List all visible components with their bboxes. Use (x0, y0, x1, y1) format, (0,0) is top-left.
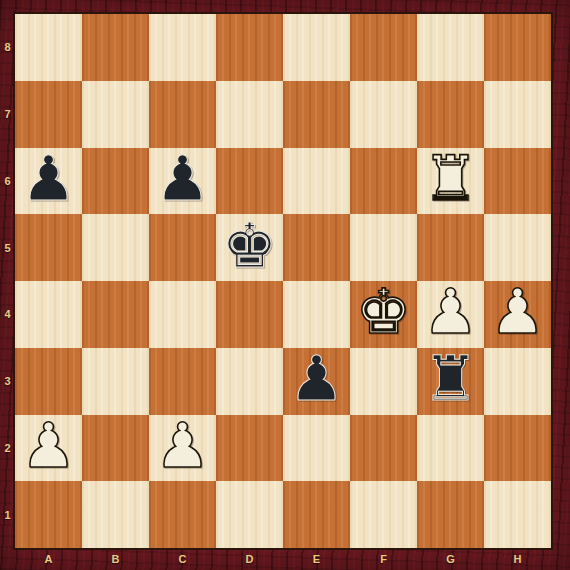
square-d6[interactable] (216, 148, 283, 215)
rank-label-6: 6 (0, 148, 15, 215)
square-f1[interactable] (350, 481, 417, 548)
file-label-c: C (149, 548, 216, 570)
square-h3[interactable] (484, 348, 551, 415)
black-pawn-c6[interactable]: ♟ (155, 148, 211, 210)
square-h6[interactable] (484, 148, 551, 215)
white-rook-g6[interactable]: ♜ (423, 148, 479, 210)
black-pawn-e3[interactable]: ♟ (289, 348, 345, 410)
square-e8[interactable] (283, 14, 350, 81)
square-b8[interactable] (82, 14, 149, 81)
square-b7[interactable] (82, 81, 149, 148)
square-a2[interactable]: ♟ (15, 415, 82, 482)
square-c4[interactable] (149, 281, 216, 348)
square-b2[interactable] (82, 415, 149, 482)
black-rook-g3[interactable]: ♜ (423, 348, 479, 410)
white-pawn-h4[interactable]: ♟ (490, 281, 546, 343)
square-e7[interactable] (283, 81, 350, 148)
square-e6[interactable] (283, 148, 350, 215)
square-a5[interactable] (15, 214, 82, 281)
white-pawn-g4[interactable]: ♟ (423, 281, 479, 343)
square-c7[interactable] (149, 81, 216, 148)
chess-board: ♟♟♜♚♚♟♟♟♜♟♟ (15, 14, 551, 548)
square-d8[interactable] (216, 14, 283, 81)
square-d3[interactable] (216, 348, 283, 415)
square-g7[interactable] (417, 81, 484, 148)
square-c5[interactable] (149, 214, 216, 281)
square-g6[interactable]: ♜ (417, 148, 484, 215)
square-c6[interactable]: ♟ (149, 148, 216, 215)
square-f2[interactable] (350, 415, 417, 482)
square-e3[interactable]: ♟ (283, 348, 350, 415)
square-a4[interactable] (15, 281, 82, 348)
rank-label-5: 5 (0, 214, 15, 281)
square-d5[interactable]: ♚ (216, 214, 283, 281)
white-pawn-c2[interactable]: ♟ (155, 415, 211, 477)
square-g4[interactable]: ♟ (417, 281, 484, 348)
rank-label-1: 1 (0, 481, 15, 548)
rank-label-8: 8 (0, 14, 15, 81)
file-label-b: B (82, 548, 149, 570)
square-a6[interactable]: ♟ (15, 148, 82, 215)
rank-label-3: 3 (0, 348, 15, 415)
square-a8[interactable] (15, 14, 82, 81)
square-h2[interactable] (484, 415, 551, 482)
rank-label-4: 4 (0, 281, 15, 348)
square-e2[interactable] (283, 415, 350, 482)
square-d4[interactable] (216, 281, 283, 348)
square-f7[interactable] (350, 81, 417, 148)
rank-label-7: 7 (0, 81, 15, 148)
file-label-h: H (484, 548, 551, 570)
square-e5[interactable] (283, 214, 350, 281)
square-b6[interactable] (82, 148, 149, 215)
square-g1[interactable] (417, 481, 484, 548)
square-c1[interactable] (149, 481, 216, 548)
square-b1[interactable] (82, 481, 149, 548)
square-h1[interactable] (484, 481, 551, 548)
square-f3[interactable] (350, 348, 417, 415)
rank-label-2: 2 (0, 415, 15, 482)
square-a7[interactable] (15, 81, 82, 148)
square-f8[interactable] (350, 14, 417, 81)
square-f5[interactable] (350, 214, 417, 281)
square-f6[interactable] (350, 148, 417, 215)
square-h8[interactable] (484, 14, 551, 81)
file-label-f: F (350, 548, 417, 570)
square-h4[interactable]: ♟ (484, 281, 551, 348)
square-e4[interactable] (283, 281, 350, 348)
square-c8[interactable] (149, 14, 216, 81)
square-b5[interactable] (82, 214, 149, 281)
black-king-d5[interactable]: ♚ (222, 215, 278, 277)
square-b4[interactable] (82, 281, 149, 348)
square-h5[interactable] (484, 214, 551, 281)
square-b3[interactable] (82, 348, 149, 415)
square-g8[interactable] (417, 14, 484, 81)
file-label-a: A (15, 548, 82, 570)
square-f4[interactable]: ♚ (350, 281, 417, 348)
square-e1[interactable] (283, 481, 350, 548)
file-label-d: D (216, 548, 283, 570)
square-g5[interactable] (417, 214, 484, 281)
square-c2[interactable]: ♟ (149, 415, 216, 482)
white-pawn-a2[interactable]: ♟ (21, 415, 77, 477)
square-g2[interactable] (417, 415, 484, 482)
file-label-e: E (283, 548, 350, 570)
square-a3[interactable] (15, 348, 82, 415)
square-d2[interactable] (216, 415, 283, 482)
square-c3[interactable] (149, 348, 216, 415)
square-g3[interactable]: ♜ (417, 348, 484, 415)
black-pawn-a6[interactable]: ♟ (21, 148, 77, 210)
square-a1[interactable] (15, 481, 82, 548)
square-d1[interactable] (216, 481, 283, 548)
file-label-g: G (417, 548, 484, 570)
square-h7[interactable] (484, 81, 551, 148)
board-frame: ♟♟♜♚♚♟♟♟♜♟♟ 87654321 ABCDEFGH (0, 0, 570, 570)
white-king-f4[interactable]: ♚ (356, 281, 412, 343)
square-d7[interactable] (216, 81, 283, 148)
